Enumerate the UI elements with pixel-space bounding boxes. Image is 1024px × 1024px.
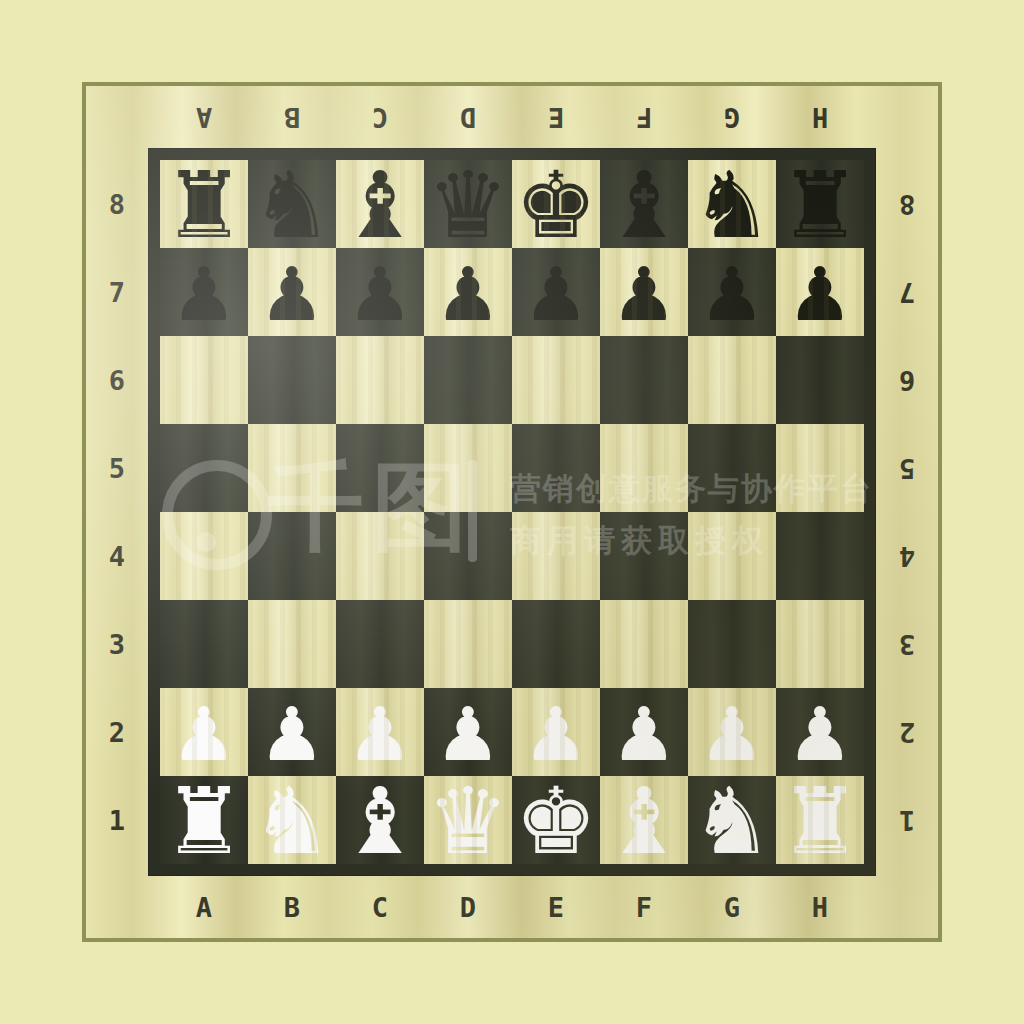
piece-bQ: ♛ — [427, 162, 509, 250]
square-f7[interactable]: ♟ — [600, 248, 688, 336]
square-h1[interactable]: ♜ — [776, 776, 864, 864]
square-e5[interactable] — [512, 424, 600, 512]
square-g1[interactable]: ♞ — [688, 776, 776, 864]
square-c3[interactable] — [336, 600, 424, 688]
piece-wB: ♝ — [339, 778, 421, 866]
file-label: B — [284, 102, 300, 133]
square-d4[interactable] — [424, 512, 512, 600]
square-d3[interactable] — [424, 600, 512, 688]
square-h8[interactable]: ♜ — [776, 160, 864, 248]
piece-bP: ♟ — [347, 250, 413, 338]
square-b7[interactable]: ♟ — [248, 248, 336, 336]
square-f5[interactable] — [600, 424, 688, 512]
square-h2[interactable]: ♟ — [776, 688, 864, 776]
rank-label: 2 — [899, 717, 915, 748]
square-h7[interactable]: ♟ — [776, 248, 864, 336]
piece-bR: ♜ — [163, 162, 245, 250]
file-label: G — [724, 892, 740, 923]
file-label: H — [812, 102, 828, 133]
square-b8[interactable]: ♞ — [248, 160, 336, 248]
piece-bN: ♞ — [691, 162, 773, 250]
square-e3[interactable] — [512, 600, 600, 688]
piece-bK: ♚ — [515, 162, 597, 250]
square-e4[interactable] — [512, 512, 600, 600]
file-label: C — [372, 102, 388, 133]
rank-label: 6 — [899, 365, 915, 396]
square-f8[interactable]: ♝ — [600, 160, 688, 248]
square-a1[interactable]: ♜ — [160, 776, 248, 864]
chessboard-frame: ABCDEFGH 87654321 87654321 ABCDEFGH ♜♞♝♛… — [82, 82, 942, 942]
square-c7[interactable]: ♟ — [336, 248, 424, 336]
rank-labels-left: 87654321 — [86, 160, 148, 864]
square-c6[interactable] — [336, 336, 424, 424]
rank-label: 4 — [899, 541, 915, 572]
file-label: F — [636, 892, 652, 923]
rank-label: 4 — [109, 541, 125, 572]
square-h5[interactable] — [776, 424, 864, 512]
square-d6[interactable] — [424, 336, 512, 424]
square-b4[interactable] — [248, 512, 336, 600]
square-a5[interactable] — [160, 424, 248, 512]
square-d5[interactable] — [424, 424, 512, 512]
square-b5[interactable] — [248, 424, 336, 512]
square-g3[interactable] — [688, 600, 776, 688]
square-b2[interactable]: ♟ — [248, 688, 336, 776]
square-c4[interactable] — [336, 512, 424, 600]
page-background: ABCDEFGH 87654321 87654321 ABCDEFGH ♜♞♝♛… — [0, 0, 1024, 1024]
square-d7[interactable]: ♟ — [424, 248, 512, 336]
square-c8[interactable]: ♝ — [336, 160, 424, 248]
piece-wK: ♚ — [515, 778, 597, 866]
piece-wN: ♞ — [251, 778, 333, 866]
square-b3[interactable] — [248, 600, 336, 688]
square-e8[interactable]: ♚ — [512, 160, 600, 248]
square-h4[interactable] — [776, 512, 864, 600]
square-g6[interactable] — [688, 336, 776, 424]
file-label: E — [548, 102, 564, 133]
piece-bP: ♟ — [787, 250, 853, 338]
rank-label: 3 — [109, 629, 125, 660]
file-label: D — [460, 102, 476, 133]
square-f4[interactable] — [600, 512, 688, 600]
square-d2[interactable]: ♟ — [424, 688, 512, 776]
square-a3[interactable] — [160, 600, 248, 688]
square-c1[interactable]: ♝ — [336, 776, 424, 864]
piece-bR: ♜ — [779, 162, 861, 250]
file-label: D — [460, 892, 476, 923]
square-c2[interactable]: ♟ — [336, 688, 424, 776]
rank-label: 1 — [899, 805, 915, 836]
rank-label: 3 — [899, 629, 915, 660]
rank-labels-right: 87654321 — [876, 160, 938, 864]
board-border: ♜♞♝♛♚♝♞♜♟♟♟♟♟♟♟♟♟♟♟♟♟♟♟♟♜♞♝♛♚♝♞♜ — [148, 148, 876, 876]
square-a8[interactable]: ♜ — [160, 160, 248, 248]
rank-label: 7 — [899, 277, 915, 308]
piece-wR: ♜ — [779, 778, 861, 866]
square-e6[interactable] — [512, 336, 600, 424]
square-d8[interactable]: ♛ — [424, 160, 512, 248]
piece-wQ: ♛ — [427, 778, 509, 866]
file-label: G — [724, 102, 740, 133]
piece-bP: ♟ — [523, 250, 589, 338]
file-label: F — [636, 102, 652, 133]
square-f3[interactable] — [600, 600, 688, 688]
square-f2[interactable]: ♟ — [600, 688, 688, 776]
square-a7[interactable]: ♟ — [160, 248, 248, 336]
board-grid: ♜♞♝♛♚♝♞♜♟♟♟♟♟♟♟♟♟♟♟♟♟♟♟♟♜♞♝♛♚♝♞♜ — [160, 160, 864, 864]
piece-wP: ♟ — [347, 690, 413, 778]
square-a2[interactable]: ♟ — [160, 688, 248, 776]
file-labels-top: ABCDEFGH — [160, 86, 864, 148]
piece-wP: ♟ — [611, 690, 677, 778]
file-label: B — [284, 892, 300, 923]
file-label: H — [812, 892, 828, 923]
rank-label: 5 — [109, 453, 125, 484]
square-g7[interactable]: ♟ — [688, 248, 776, 336]
square-a6[interactable] — [160, 336, 248, 424]
piece-bP: ♟ — [611, 250, 677, 338]
square-d1[interactable]: ♛ — [424, 776, 512, 864]
piece-wP: ♟ — [787, 690, 853, 778]
piece-bP: ♟ — [435, 250, 501, 338]
square-c5[interactable] — [336, 424, 424, 512]
piece-wB: ♝ — [603, 778, 685, 866]
rank-label: 7 — [109, 277, 125, 308]
square-f1[interactable]: ♝ — [600, 776, 688, 864]
rank-label: 5 — [899, 453, 915, 484]
piece-wP: ♟ — [171, 690, 237, 778]
piece-wR: ♜ — [163, 778, 245, 866]
rank-label: 1 — [109, 805, 125, 836]
square-b6[interactable] — [248, 336, 336, 424]
file-label: C — [372, 892, 388, 923]
piece-bP: ♟ — [171, 250, 237, 338]
square-a4[interactable] — [160, 512, 248, 600]
piece-bB: ♝ — [339, 162, 421, 250]
piece-wP: ♟ — [259, 690, 325, 778]
file-labels-bottom: ABCDEFGH — [160, 876, 864, 938]
piece-wP: ♟ — [699, 690, 765, 778]
rank-label: 6 — [109, 365, 125, 396]
square-e2[interactable]: ♟ — [512, 688, 600, 776]
rank-label: 8 — [109, 189, 125, 220]
file-label: A — [196, 892, 212, 923]
piece-bP: ♟ — [259, 250, 325, 338]
square-e7[interactable]: ♟ — [512, 248, 600, 336]
piece-bN: ♞ — [251, 162, 333, 250]
square-g8[interactable]: ♞ — [688, 160, 776, 248]
rank-label: 2 — [109, 717, 125, 748]
square-f6[interactable] — [600, 336, 688, 424]
rank-label: 8 — [899, 189, 915, 220]
file-label: E — [548, 892, 564, 923]
square-g5[interactable] — [688, 424, 776, 512]
piece-bB: ♝ — [603, 162, 685, 250]
square-g2[interactable]: ♟ — [688, 688, 776, 776]
piece-wP: ♟ — [435, 690, 501, 778]
square-e1[interactable]: ♚ — [512, 776, 600, 864]
square-h3[interactable] — [776, 600, 864, 688]
square-b1[interactable]: ♞ — [248, 776, 336, 864]
piece-bP: ♟ — [699, 250, 765, 338]
piece-wN: ♞ — [691, 778, 773, 866]
square-h6[interactable] — [776, 336, 864, 424]
file-label: A — [196, 102, 212, 133]
square-g4[interactable] — [688, 512, 776, 600]
piece-wP: ♟ — [523, 690, 589, 778]
